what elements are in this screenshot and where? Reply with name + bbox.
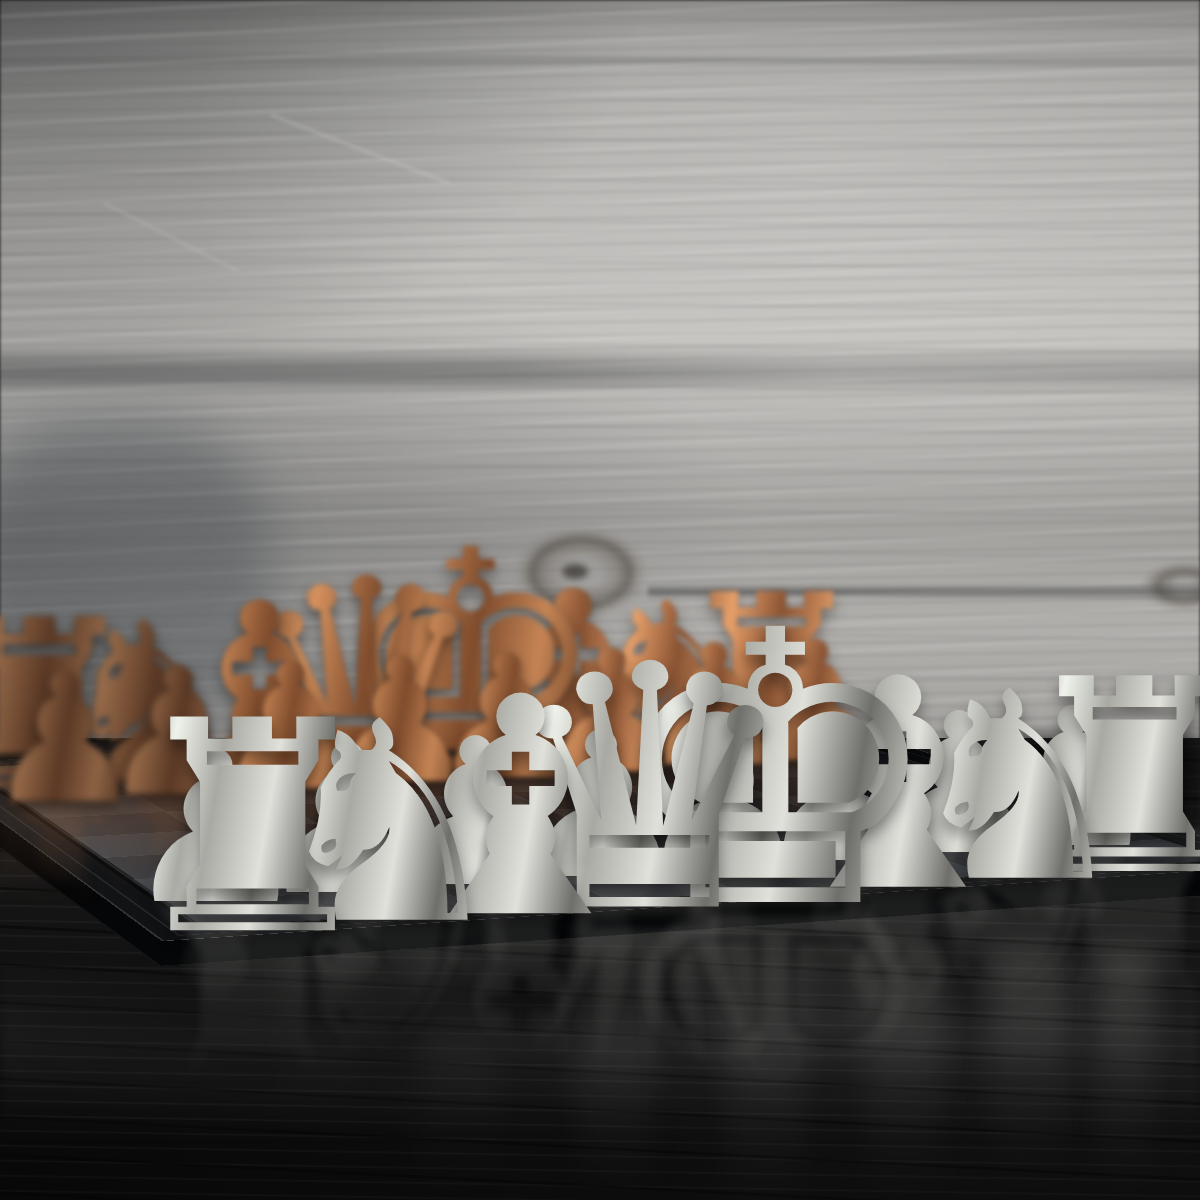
- wall-shadow-patch: [0, 420, 270, 730]
- wood-knot: [516, 528, 646, 618]
- background-wall: [0, 0, 1200, 748]
- wall-plank-seam: [0, 58, 1200, 64]
- photo-scene: ♜♞♝♛♚♝♞♜♟♟♟♟♟♟♟♟♟♟♟♟♟♟♟♟♜♞♝♛♚♝♞♜ ♜♞♝♛♚♝♞…: [0, 0, 1200, 1200]
- wall-plank-seam: [648, 584, 1200, 599]
- wall-plank-seam: [0, 346, 1200, 394]
